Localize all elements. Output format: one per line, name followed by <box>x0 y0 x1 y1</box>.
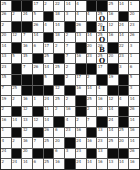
cell-number: 2 <box>87 75 89 80</box>
grid-cell[interactable]: 25О <box>97 12 107 22</box>
grid-cell[interactable]: 16 <box>65 107 75 117</box>
cell-number: 1 <box>130 54 132 59</box>
grid-cell[interactable]: 23 <box>1 64 11 74</box>
grid-cell[interactable]: 6 <box>33 159 43 169</box>
cell-number: 11 <box>44 107 49 112</box>
cell-letter: О <box>97 15 107 22</box>
grid-cell[interactable]: 15 <box>22 54 32 64</box>
grid-cell[interactable]: 20Л <box>97 22 107 32</box>
cell-number: 2 <box>2 159 4 164</box>
cell-number: 16 <box>108 33 113 38</box>
grid-cell[interactable]: 4 <box>65 117 75 127</box>
grid-cell[interactable]: 14 <box>33 33 43 43</box>
grid-cell[interactable]: 5 <box>44 75 54 85</box>
grid-cell[interactable]: 2 <box>87 75 97 85</box>
cell-number: 7 <box>87 117 89 122</box>
puzzle-grid: 2517222144251412622451834425О16202264142… <box>0 0 140 170</box>
grid-cell[interactable]: 1 <box>129 1 139 11</box>
cell-number: 16 <box>23 96 28 101</box>
black-cell <box>33 75 43 85</box>
cell-number: 24 <box>12 159 17 164</box>
cell-number: 14 <box>12 117 17 122</box>
grid-cell[interactable]: 14 <box>1 43 11 53</box>
grid-cell[interactable]: 13 <box>22 117 32 127</box>
cell-number: 19 <box>2 96 7 101</box>
cell-number: 2 <box>55 43 57 48</box>
cell-number: 4 <box>76 12 78 17</box>
cell-number: 16 <box>98 159 103 164</box>
grid-cell[interactable]: 10 <box>97 107 107 117</box>
grid-cell[interactable]: 16 <box>129 128 139 138</box>
cell-number: 2 <box>66 96 68 101</box>
grid-cell[interactable]: 2 <box>12 96 22 106</box>
grid-cell[interactable]: 24 <box>108 117 118 127</box>
black-cell <box>54 54 64 64</box>
cell-number: 24 <box>76 138 81 143</box>
grid-cell[interactable]: 13 <box>1 54 11 64</box>
grid-cell[interactable]: 13 <box>97 128 107 138</box>
cell-number: 15 <box>2 75 7 80</box>
grid-cell[interactable]: 18 <box>54 12 64 22</box>
grid-cell[interactable]: 16 <box>22 96 32 106</box>
grid-cell[interactable]: 20 <box>119 138 129 148</box>
grid-cell[interactable]: 16 <box>97 159 107 169</box>
cell-number: 5 <box>12 54 14 59</box>
black-cell <box>12 22 22 32</box>
cell-number: 14 <box>44 117 49 122</box>
grid-cell[interactable]: 14 <box>12 117 22 127</box>
grid-cell[interactable]: 20 <box>108 54 118 64</box>
grid-cell[interactable]: 16 <box>129 159 139 169</box>
grid-cell[interactable]: 4 <box>87 12 97 22</box>
cell-letter: Л <box>97 25 107 32</box>
grid-cell[interactable]: 16 <box>22 43 32 53</box>
grid-cell[interactable]: 4 <box>97 86 107 96</box>
cell-number: 25 <box>55 64 60 69</box>
grid-cell[interactable]: 16 <box>22 138 32 148</box>
grid-cell[interactable]: 26 <box>76 22 86 32</box>
grid-cell[interactable]: 24 <box>44 96 54 106</box>
grid-cell[interactable]: 4 <box>76 1 86 11</box>
cell-number: 14 <box>87 86 92 91</box>
grid-cell[interactable]: 17 <box>97 64 107 74</box>
grid-cell[interactable]: 25 <box>1 1 11 11</box>
grid-cell[interactable]: 23 <box>87 54 97 64</box>
black-cell <box>119 75 129 85</box>
cell-number: 14 <box>87 33 92 38</box>
grid-cell[interactable]: 16 <box>54 159 64 169</box>
grid-cell[interactable]: 19 <box>1 96 11 106</box>
grid-cell[interactable]: 26В <box>97 43 107 53</box>
grid-cell[interactable]: 14 <box>44 117 54 127</box>
cell-number: 23 <box>87 54 92 59</box>
grid-cell[interactable]: 16 <box>108 33 118 43</box>
grid-cell[interactable]: 26 <box>44 128 54 138</box>
cell-number: 14 <box>87 159 92 164</box>
grid-cell[interactable]: 12 <box>54 86 64 96</box>
cell-number: 20 <box>130 12 135 17</box>
cell-number: 25 <box>2 1 7 6</box>
cell-number: 14 <box>108 128 113 133</box>
grid-cell[interactable]: 16 <box>76 54 86 64</box>
black-cell <box>33 54 43 64</box>
black-cell <box>44 149 54 159</box>
cell-number: 16 <box>87 138 92 143</box>
grid-cell[interactable]: 2 <box>76 117 86 127</box>
cell-number: 14 <box>130 117 135 122</box>
grid-cell[interactable]: 26 <box>129 107 139 117</box>
grid-cell[interactable]: 23 <box>129 22 139 32</box>
grid-cell[interactable]: 5 <box>129 75 139 85</box>
cell-number: 14 <box>34 33 39 38</box>
grid-cell[interactable]: 25 <box>108 138 118 148</box>
cell-number: 26 <box>34 22 39 27</box>
cell-number: 16 <box>55 159 60 164</box>
grid-cell[interactable]: 2 <box>1 107 11 117</box>
grid-cell[interactable]: 12 <box>22 107 32 117</box>
grid-cell[interactable]: 14 <box>108 107 118 117</box>
grid-cell[interactable]: 6 <box>54 128 64 138</box>
grid-cell[interactable]: 4 <box>44 22 54 32</box>
cell-number: 20 <box>23 149 28 154</box>
grid-cell[interactable]: 12 <box>22 128 32 138</box>
grid-cell[interactable]: 17 <box>76 75 86 85</box>
black-cell <box>87 128 97 138</box>
black-cell <box>22 1 32 11</box>
grid-cell[interactable]: 6 <box>33 43 43 53</box>
grid-cell[interactable]: 2 <box>54 107 64 117</box>
grid-cell[interactable]: 2 <box>1 22 11 32</box>
cell-number: 12 <box>23 128 28 133</box>
grid-cell[interactable]: 12 <box>108 22 118 32</box>
grid-cell[interactable]: 25О <box>97 54 107 64</box>
grid-cell[interactable]: 14 <box>129 96 139 106</box>
grid-cell[interactable]: 18 <box>54 33 64 43</box>
cell-number: 1 <box>34 96 36 101</box>
cell-number: 14 <box>119 33 124 38</box>
cell-number: 13 <box>108 159 113 164</box>
grid-cell[interactable]: 14 <box>119 1 129 11</box>
cell-number: 25 <box>44 54 49 59</box>
cell-number: 5 <box>34 12 36 17</box>
cell-number: 5 <box>44 75 46 80</box>
black-cell <box>108 149 118 159</box>
cell-number: 14 <box>130 138 135 143</box>
black-cell <box>54 75 64 85</box>
grid-cell[interactable]: 14 <box>44 64 54 74</box>
cell-number: 16 <box>108 12 113 17</box>
cell-number: 18 <box>55 33 60 38</box>
black-cell <box>76 43 86 53</box>
grid-cell[interactable]: 20 <box>1 33 11 43</box>
grid-cell[interactable]: 25 <box>54 64 64 74</box>
black-cell <box>12 75 22 85</box>
cell-number: 23 <box>76 149 81 154</box>
grid-cell[interactable]: 25О <box>97 33 107 43</box>
cell-number: 25 <box>108 1 113 6</box>
grid-cell[interactable]: 16 <box>76 86 86 96</box>
grid-cell[interactable]: 3 <box>129 86 139 96</box>
black-cell <box>65 138 75 148</box>
grid-cell[interactable]: 4 <box>76 12 86 22</box>
grid-cell[interactable]: 20 <box>129 12 139 22</box>
cell-number: 16 <box>76 128 81 133</box>
grid-cell[interactable]: 14 <box>129 138 139 148</box>
keyword-puzzle-screenshot: 2517222144251412622451834425О16202264142… <box>0 0 140 170</box>
grid-cell[interactable]: 25 <box>44 138 54 148</box>
cell-number: 24 <box>23 12 28 17</box>
cell-number: 12 <box>34 117 39 122</box>
grid-cell[interactable]: 14 <box>22 159 32 169</box>
cell-number: 12 <box>108 96 113 101</box>
cell-number: 2 <box>2 22 4 27</box>
grid-cell[interactable]: 16 <box>1 117 11 127</box>
grid-cell[interactable]: 24 <box>12 159 22 169</box>
grid-cell[interactable]: 19 <box>108 75 118 85</box>
cell-number: 2 <box>66 33 68 38</box>
black-cell <box>44 12 54 22</box>
grid-cell[interactable]: 25 <box>12 86 22 96</box>
grid-cell[interactable]: 1 <box>1 128 11 138</box>
grid-cell[interactable]: 7 <box>33 138 43 148</box>
grid-cell[interactable]: 3 <box>65 12 75 22</box>
cell-number: 13 <box>23 117 28 122</box>
cell-number: 16 <box>98 96 103 101</box>
grid-cell[interactable]: 25 <box>119 128 129 138</box>
cell-number: 2 <box>12 96 14 101</box>
grid-cell[interactable]: 24 <box>1 149 11 159</box>
grid-cell[interactable]: 24 <box>22 12 32 22</box>
cell-number: 23 <box>98 138 103 143</box>
grid-cell[interactable]: 12 <box>33 117 43 127</box>
grid-cell[interactable]: 6 <box>54 149 64 159</box>
cell-number: 26 <box>130 149 135 154</box>
cell-number: 14 <box>130 96 135 101</box>
grid-cell[interactable]: 20 <box>54 138 64 148</box>
grid-cell[interactable]: 14 <box>87 159 97 169</box>
grid-cell[interactable]: 12 <box>12 33 22 43</box>
grid-cell[interactable]: 7 <box>1 86 11 96</box>
grid-cell[interactable]: 12 <box>108 96 118 106</box>
black-cell <box>12 43 22 53</box>
cell-number: 3 <box>130 43 132 48</box>
grid-cell[interactable]: 24 <box>119 22 129 32</box>
cell-number: 16 <box>23 43 28 48</box>
cell-number: 24 <box>76 159 81 164</box>
grid-cell[interactable]: 2 <box>65 75 75 85</box>
cell-number: 2 <box>66 64 68 69</box>
grid-cell[interactable]: 22 <box>119 43 129 53</box>
black-cell <box>87 64 97 74</box>
cell-number: 19 <box>108 75 113 80</box>
black-cell <box>33 149 43 159</box>
black-cell <box>22 75 32 85</box>
black-cell <box>54 117 64 127</box>
grid-cell[interactable]: 13 <box>76 33 86 43</box>
black-cell <box>119 86 129 96</box>
grid-cell[interactable]: 25 <box>44 54 54 64</box>
grid-cell[interactable]: 13 <box>108 159 118 169</box>
cell-number: 23 <box>119 54 124 59</box>
grid-cell[interactable]: 2 <box>65 64 75 74</box>
black-cell <box>44 33 54 43</box>
cell-number: 2 <box>76 117 78 122</box>
cell-number: 14 <box>119 159 124 164</box>
black-cell <box>65 86 75 96</box>
cell-number: 3 <box>66 149 68 154</box>
cell-number: 25 <box>12 86 17 91</box>
black-cell <box>108 64 118 74</box>
grid-cell[interactable]: 2 <box>54 43 64 53</box>
cell-number: 6 <box>34 159 36 164</box>
grid-cell[interactable]: 2 <box>65 33 75 43</box>
black-cell <box>119 107 129 117</box>
grid-cell[interactable]: 14 <box>119 33 129 43</box>
grid-cell[interactable]: 26 <box>33 64 43 74</box>
cell-number: 2 <box>55 107 57 112</box>
grid-cell[interactable]: 3 <box>65 149 75 159</box>
cell-number: 3 <box>130 86 132 91</box>
grid-cell[interactable]: 5 <box>12 54 22 64</box>
grid-cell[interactable]: 26 <box>129 149 139 159</box>
cell-number: 6 <box>55 149 57 154</box>
grid-cell[interactable]: 5 <box>33 12 43 22</box>
cell-number: 14 <box>23 159 28 164</box>
cell-number: 15 <box>23 54 28 59</box>
grid-cell[interactable]: 6 <box>129 64 139 74</box>
cell-number: 23 <box>2 64 7 69</box>
grid-cell[interactable]: 26 <box>33 22 43 32</box>
grid-cell[interactable]: 23 <box>97 138 107 148</box>
cell-number: 6 <box>34 43 36 48</box>
grid-cell[interactable]: 26 <box>1 12 11 22</box>
grid-cell[interactable]: 7 <box>22 64 32 74</box>
grid-cell[interactable]: 24 <box>76 138 86 148</box>
grid-cell[interactable]: 14 <box>119 159 129 169</box>
black-cell <box>65 22 75 32</box>
grid-cell[interactable]: 2 <box>12 138 22 148</box>
grid-cell[interactable]: 16 <box>76 128 86 138</box>
cell-number: 6 <box>130 64 132 69</box>
grid-cell[interactable]: 17 <box>44 43 54 53</box>
grid-cell[interactable]: 20 <box>87 43 97 53</box>
cell-number: 4 <box>87 12 89 17</box>
grid-cell[interactable]: 2 <box>44 1 54 11</box>
black-cell <box>12 149 22 159</box>
black-cell <box>33 86 43 96</box>
grid-cell[interactable]: 13 <box>97 149 107 159</box>
grid-cell[interactable]: 2 <box>1 159 11 169</box>
cell-number: 25 <box>44 159 49 164</box>
grid-cell[interactable]: 14 <box>54 22 64 32</box>
grid-cell[interactable]: 2 <box>87 107 97 117</box>
grid-cell[interactable]: 7 <box>65 43 75 53</box>
grid-cell[interactable]: 16 <box>87 138 97 148</box>
cell-number: 13 <box>76 33 81 38</box>
black-cell <box>108 86 118 96</box>
black-cell <box>119 12 129 22</box>
cell-number: 1 <box>2 128 4 133</box>
grid-cell[interactable]: 16 <box>108 12 118 22</box>
black-cell <box>97 1 107 11</box>
cell-number: 26 <box>130 107 135 112</box>
grid-cell[interactable]: 17 <box>33 1 43 11</box>
cell-letter: О <box>97 57 107 64</box>
cell-number: 16 <box>2 117 7 122</box>
cell-number: 6 <box>55 128 57 133</box>
cell-number: 2 <box>2 107 4 112</box>
grid-cell[interactable]: 25 <box>87 96 97 106</box>
cell-number: 14 <box>55 22 60 27</box>
cell-number: 26 <box>2 12 7 17</box>
grid-cell[interactable]: 23 <box>119 54 129 64</box>
grid-cell[interactable]: 14 <box>129 117 139 127</box>
black-cell <box>65 159 75 169</box>
cell-number: 24 <box>2 149 7 154</box>
cell-number: 26 <box>44 128 49 133</box>
grid-cell[interactable]: 14 <box>87 86 97 96</box>
cell-number: 16 <box>76 86 81 91</box>
cell-number: 12 <box>23 107 28 112</box>
cell-number: 7 <box>34 138 36 143</box>
cell-number: 16 <box>76 54 81 59</box>
black-cell <box>22 22 32 32</box>
black-cell <box>97 117 107 127</box>
grid-cell[interactable]: 23 <box>76 149 86 159</box>
cell-number: 2 <box>66 75 68 80</box>
cell-number: 14 <box>66 1 71 6</box>
grid-cell[interactable]: 1 <box>33 96 43 106</box>
grid-cell[interactable]: 3 <box>119 64 129 74</box>
grid-cell[interactable]: 14 <box>87 33 97 43</box>
grid-cell[interactable]: 1 <box>129 54 139 64</box>
grid-cell[interactable]: 22 <box>54 1 64 11</box>
cell-number: 12 <box>55 86 60 91</box>
grid-cell[interactable]: 7 <box>87 117 97 127</box>
grid-cell[interactable]: 25 <box>54 96 64 106</box>
grid-cell[interactable]: 7 <box>65 54 75 64</box>
cell-number: 25 <box>44 138 49 143</box>
grid-cell[interactable]: 25 <box>44 159 54 169</box>
cell-number: 16 <box>66 107 71 112</box>
grid-cell[interactable]: 2 <box>12 12 22 22</box>
grid-cell[interactable]: 4 <box>119 96 129 106</box>
grid-cell[interactable]: 25 <box>108 1 118 11</box>
grid-cell[interactable]: 15 <box>1 75 11 85</box>
cell-number: 13 <box>98 128 103 133</box>
grid-cell[interactable]: 2 <box>65 96 75 106</box>
grid-cell[interactable]: 11 <box>44 107 54 117</box>
cell-number: 25 <box>87 96 92 101</box>
grid-cell[interactable]: 16 <box>97 96 107 106</box>
cell-number: 12 <box>12 33 17 38</box>
grid-cell[interactable]: 14 <box>65 1 75 11</box>
cell-number: 13 <box>98 149 103 154</box>
grid-cell[interactable]: 14 <box>108 128 118 138</box>
grid-cell[interactable]: 7 <box>22 33 32 43</box>
cell-number: 4 <box>44 22 46 27</box>
grid-cell[interactable]: 3 <box>129 43 139 53</box>
grid-cell[interactable]: 24 <box>76 159 86 169</box>
black-cell <box>76 96 86 106</box>
grid-cell[interactable]: 20 <box>22 149 32 159</box>
cell-number: 20 <box>119 138 124 143</box>
grid-cell[interactable]: 26 <box>129 33 139 43</box>
grid-cell[interactable]: 23 <box>65 128 75 138</box>
grid-cell[interactable]: 4 <box>1 138 11 148</box>
cell-number: 20 <box>55 138 60 143</box>
black-cell <box>87 22 97 32</box>
